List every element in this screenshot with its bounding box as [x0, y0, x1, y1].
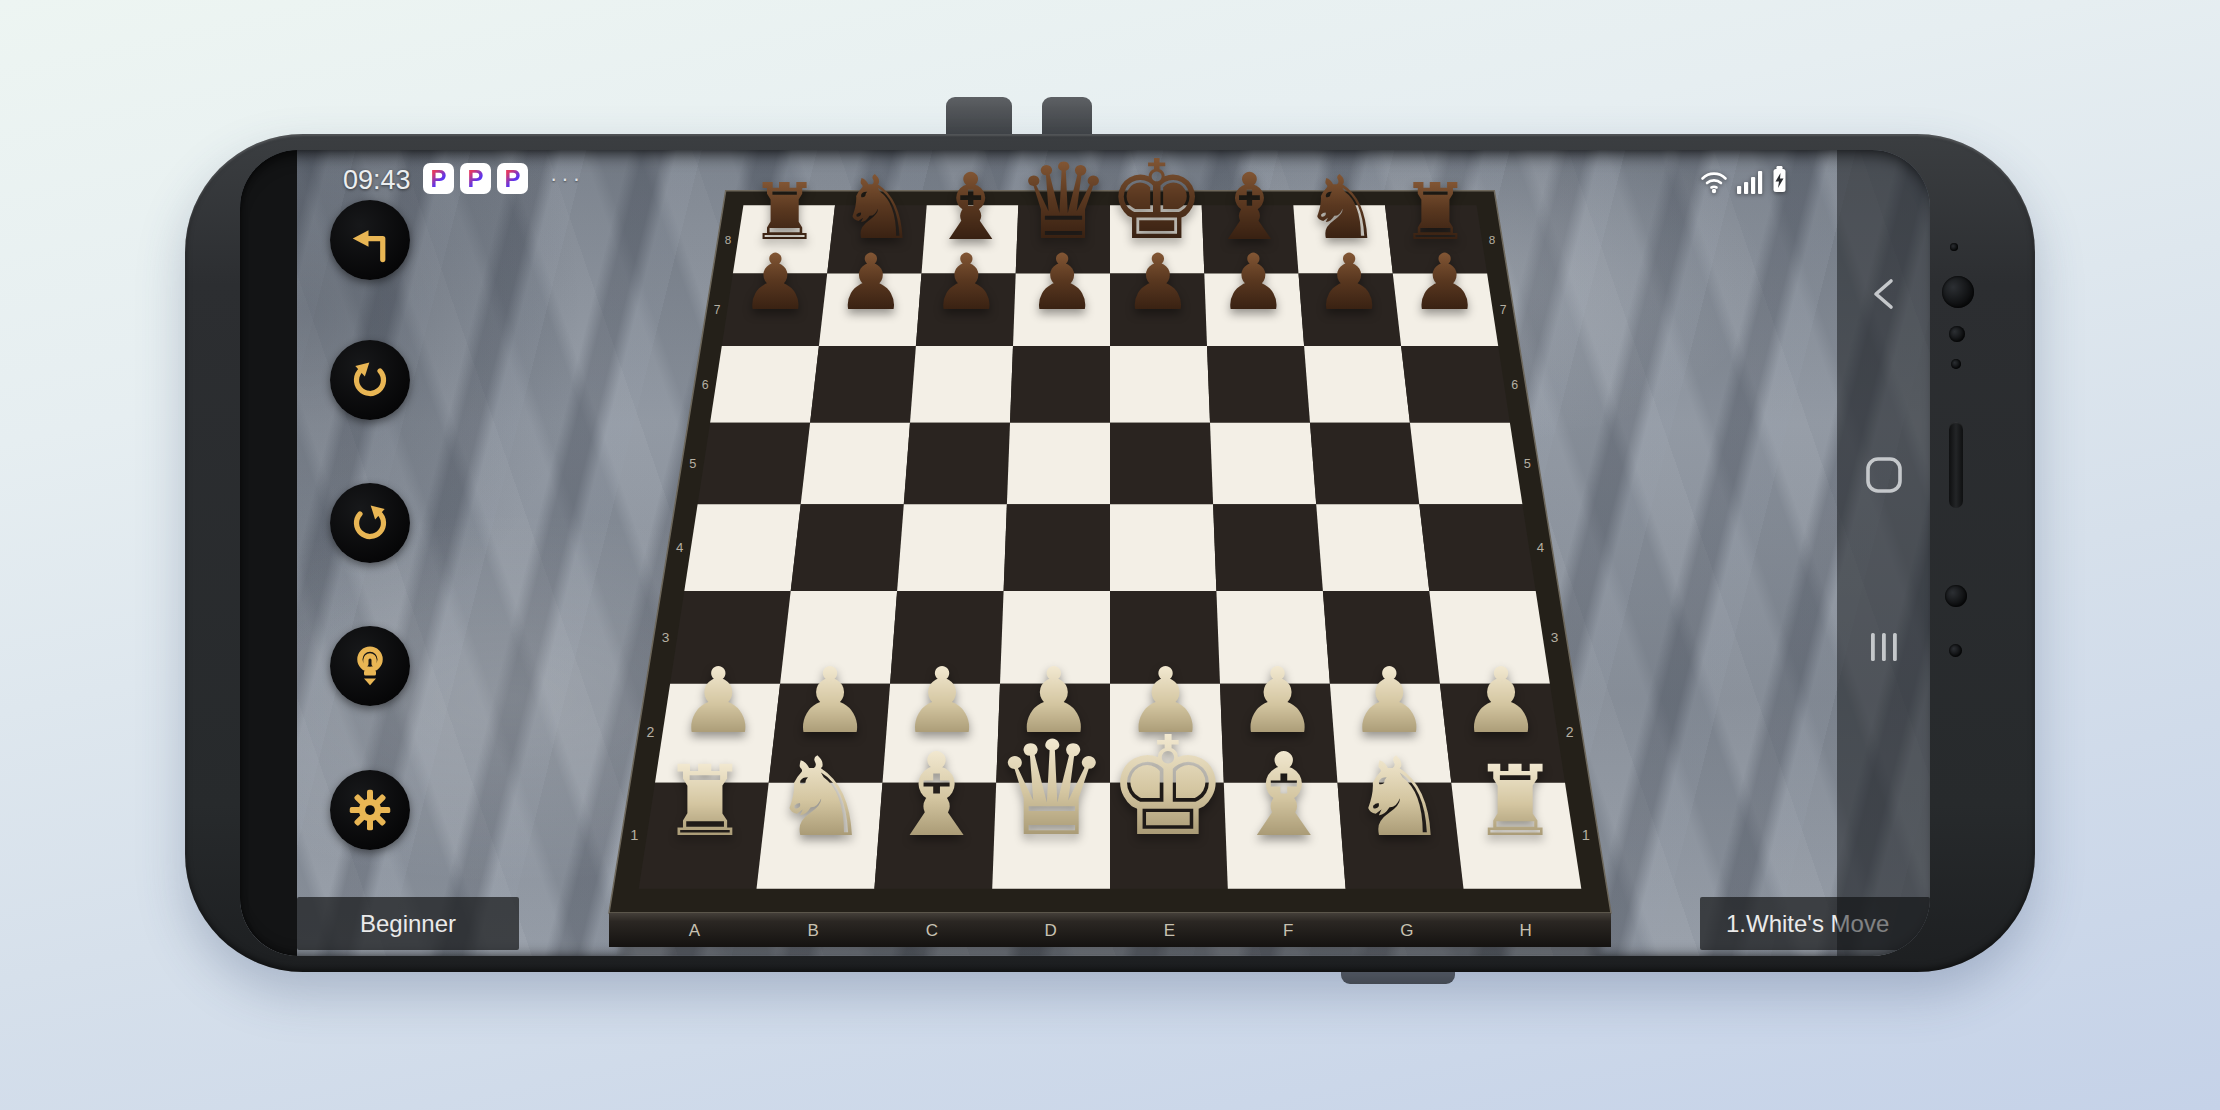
rank-label-left: 4	[676, 540, 683, 555]
white-rook[interactable]: ♜	[661, 753, 748, 851]
sensor-dot	[1951, 359, 1961, 369]
status-bar: 09:43 PPP ···	[240, 162, 1930, 198]
black-pawn[interactable]: ♟	[1123, 244, 1192, 321]
sensor-dot	[1950, 243, 1958, 251]
rank-label-left: 6	[702, 378, 709, 392]
black-pawn[interactable]: ♟	[836, 244, 905, 321]
notification-icons: PPP	[423, 163, 528, 194]
square-e5[interactable]	[1110, 423, 1213, 505]
square-a6[interactable]	[710, 346, 819, 423]
square-h5[interactable]	[1410, 423, 1523, 505]
android-nav-bar	[1837, 150, 1930, 956]
wifi-icon	[1699, 168, 1729, 194]
gear-icon	[346, 786, 394, 834]
rank-label-left: 7	[714, 303, 721, 317]
black-pawn[interactable]: ♟	[1028, 244, 1097, 321]
black-pawn[interactable]: ♟	[1219, 244, 1288, 321]
file-label: D	[1044, 921, 1056, 940]
recents-bars-icon	[1866, 625, 1902, 669]
square-a5[interactable]	[698, 423, 811, 505]
white-bishop[interactable]: ♝	[885, 737, 988, 852]
square-d6[interactable]	[1010, 346, 1110, 423]
app-icon-P: P	[460, 163, 491, 194]
rank-label-left: 2	[646, 724, 654, 740]
square-b5[interactable]	[801, 423, 910, 505]
difficulty-label: Beginner	[360, 910, 456, 938]
nav-home-button[interactable]	[1862, 453, 1906, 500]
file-label: A	[689, 921, 701, 940]
hint-button[interactable]	[330, 626, 410, 706]
settings-button[interactable]	[330, 770, 410, 850]
white-pawn[interactable]: ♟	[678, 657, 759, 747]
rank-label-right: 1	[1582, 827, 1590, 843]
square-b4[interactable]	[791, 504, 904, 591]
back-button[interactable]	[330, 200, 410, 280]
black-pawn[interactable]: ♟	[1314, 244, 1383, 321]
white-rook[interactable]: ♜	[1471, 753, 1558, 851]
white-queen[interactable]: ♛	[994, 724, 1111, 855]
square-f4[interactable]	[1213, 504, 1323, 591]
rank-label-left: 5	[689, 456, 696, 471]
rank-label-left: 3	[662, 630, 670, 645]
phone-screen: 8877665544332211ABCDEFGH ♜♞♝♛♚♝♞♜♟♟♟♟♟♟♟…	[240, 150, 1930, 956]
file-label: F	[1283, 921, 1293, 940]
screen-letterbox	[240, 150, 297, 956]
file-label: E	[1164, 921, 1175, 940]
square-c4[interactable]	[897, 504, 1007, 591]
difficulty-badge: Beginner	[297, 897, 519, 950]
rank-label-right: 5	[1524, 456, 1531, 471]
square-d5[interactable]	[1007, 423, 1110, 505]
white-knight[interactable]: ♞	[772, 743, 870, 852]
rank-label-left: 1	[630, 827, 638, 843]
white-pawn[interactable]: ♟	[1461, 657, 1542, 747]
rank-label-right: 6	[1511, 378, 1518, 392]
square-f6[interactable]	[1207, 346, 1310, 423]
rank-label-right: 7	[1500, 303, 1507, 317]
square-h6[interactable]	[1401, 346, 1510, 423]
overflow-dots: ···	[550, 166, 584, 192]
phone-volume-button	[946, 97, 1012, 139]
rotate-ccw-icon	[346, 499, 394, 547]
black-pawn[interactable]: ♟	[1410, 244, 1479, 321]
file-label: G	[1400, 921, 1413, 940]
square-c6[interactable]	[910, 346, 1013, 423]
rank-label-right: 3	[1551, 630, 1559, 645]
board-front-face	[609, 913, 1611, 947]
rank-label-left: 8	[725, 233, 732, 246]
phone-frame: 8877665544332211ABCDEFGH ♜♞♝♛♚♝♞♜♟♟♟♟♟♟♟…	[185, 134, 2035, 972]
clock: 09:43	[343, 165, 411, 196]
nav-back-button[interactable]	[1866, 274, 1902, 317]
chevron-back-icon	[1866, 274, 1902, 314]
square-g6[interactable]	[1304, 346, 1410, 423]
rotate-cw-icon	[346, 356, 394, 404]
app-icon-P: P	[423, 163, 454, 194]
chess-board: 8877665544332211ABCDEFGH ♜♞♝♛♚♝♞♜♟♟♟♟♟♟♟…	[600, 192, 1620, 956]
phone-power-button	[1042, 97, 1092, 139]
lightbulb-icon	[346, 642, 394, 690]
sensor-camera	[1945, 585, 1967, 607]
signal-icon	[1737, 169, 1763, 194]
undo-button[interactable]	[330, 483, 410, 563]
front-camera	[1942, 276, 1974, 308]
black-pawn[interactable]: ♟	[932, 244, 1001, 321]
square-d4[interactable]	[1004, 504, 1110, 591]
square-h4[interactable]	[1419, 504, 1535, 591]
return-arrow-icon	[346, 216, 394, 264]
white-bishop[interactable]: ♝	[1232, 737, 1335, 852]
square-a4[interactable]	[684, 504, 800, 591]
white-king[interactable]: ♚	[1107, 719, 1229, 856]
square-g4[interactable]	[1316, 504, 1429, 591]
home-squircle-icon	[1862, 453, 1906, 497]
rank-label-right: 4	[1537, 540, 1544, 555]
white-knight[interactable]: ♞	[1350, 743, 1448, 852]
black-pawn[interactable]: ♟	[741, 244, 810, 321]
square-e6[interactable]	[1110, 346, 1210, 423]
square-e4[interactable]	[1110, 504, 1216, 591]
file-label: C	[926, 921, 938, 940]
nav-recents-button[interactable]	[1866, 625, 1902, 672]
app-icon-P: P	[497, 163, 528, 194]
earpiece-speaker	[1949, 422, 1963, 508]
square-c5[interactable]	[904, 423, 1010, 505]
rank-label-right: 2	[1566, 724, 1574, 740]
sensor-dot	[1949, 644, 1962, 657]
rotate-button[interactable]	[330, 340, 410, 420]
rank-label-right: 8	[1489, 233, 1496, 246]
sensor-dot	[1949, 326, 1965, 342]
square-f5[interactable]	[1210, 423, 1316, 505]
file-label: B	[807, 921, 818, 940]
file-label: H	[1519, 921, 1531, 940]
battery-charging-icon	[1771, 165, 1788, 194]
square-b6[interactable]	[810, 346, 916, 423]
system-icons	[1699, 166, 1788, 194]
page-background: 8877665544332211ABCDEFGH ♜♞♝♛♚♝♞♜♟♟♟♟♟♟♟…	[0, 0, 2220, 1110]
square-g5[interactable]	[1310, 423, 1419, 505]
